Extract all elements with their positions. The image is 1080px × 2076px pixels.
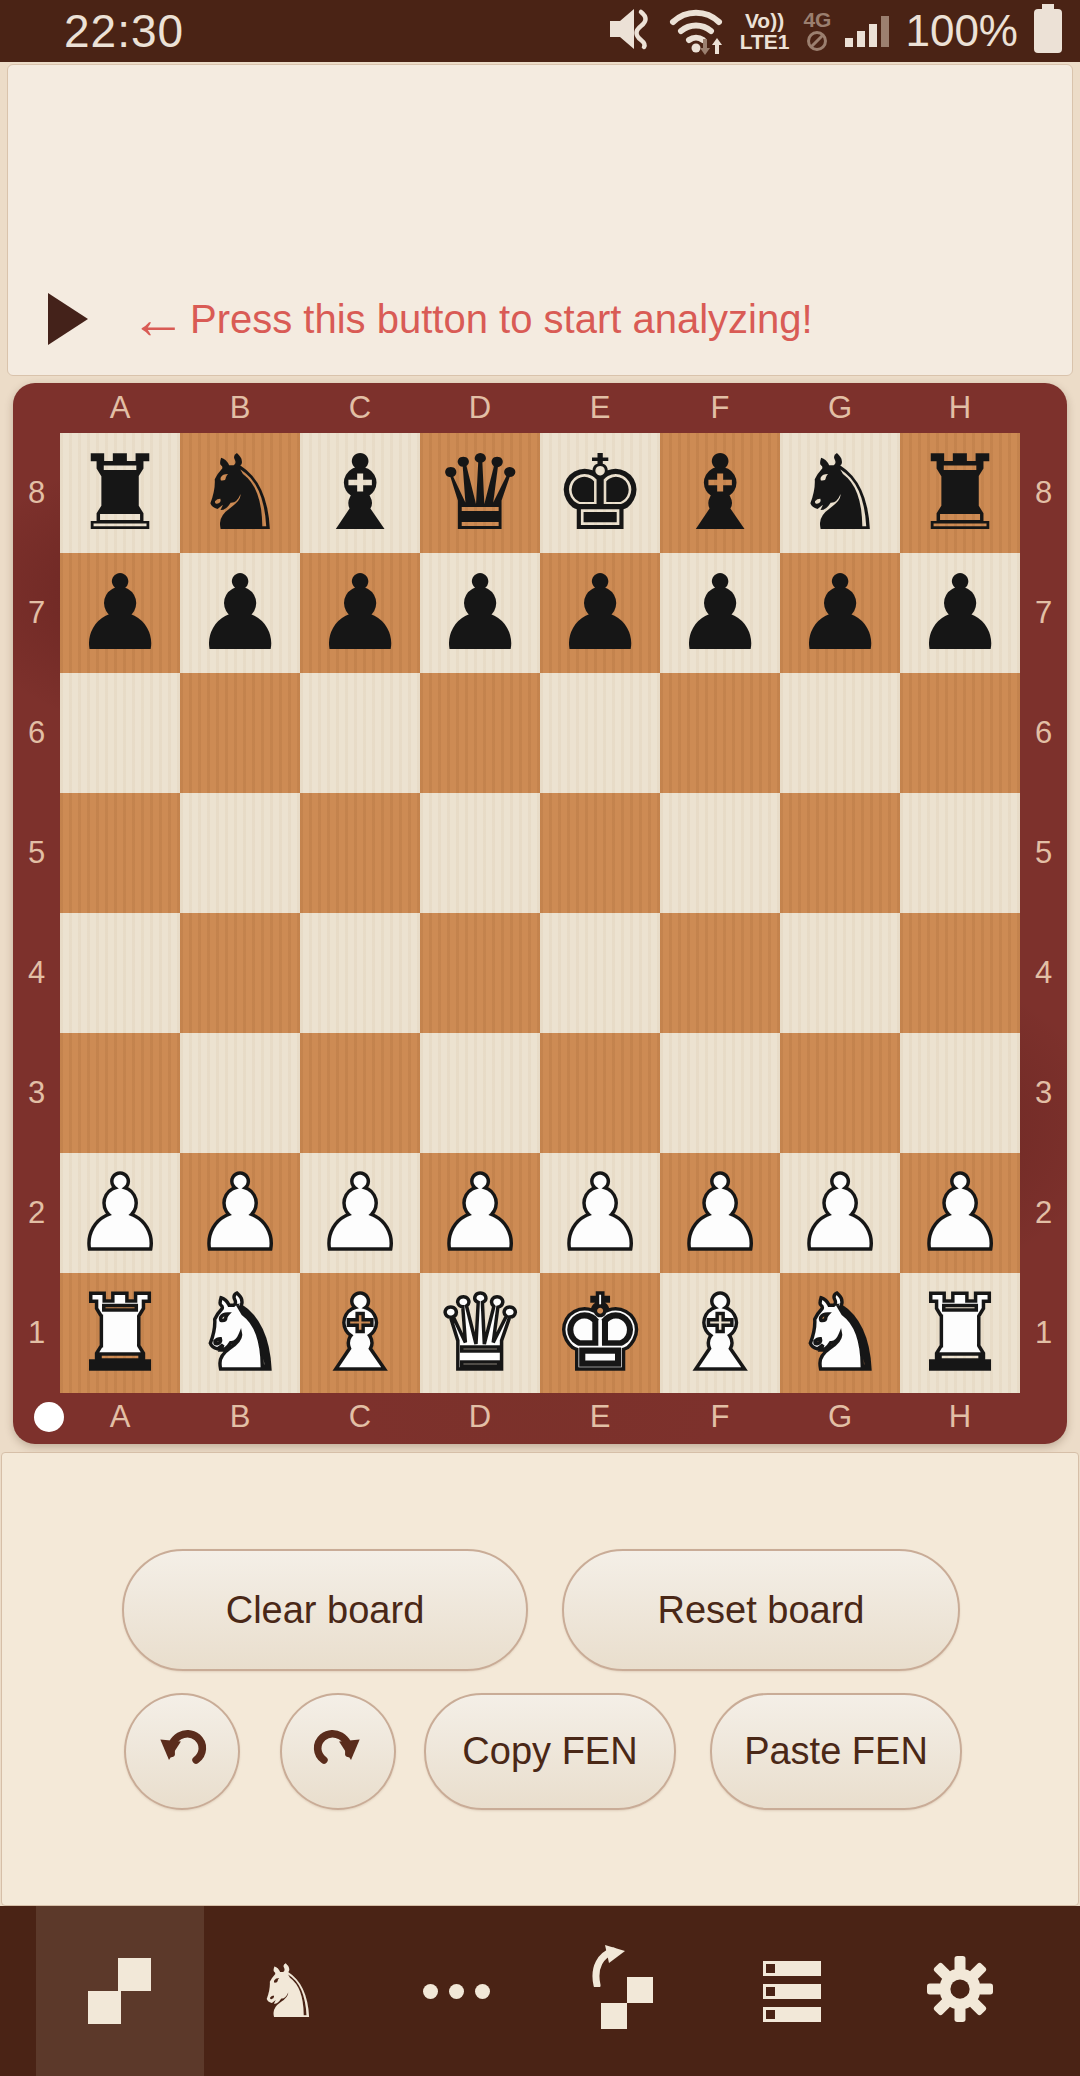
square-a1[interactable]: ♜ bbox=[60, 1273, 180, 1393]
black-bishop[interactable]: ♝ bbox=[313, 434, 406, 552]
black-pawn[interactable]: ♟ bbox=[313, 554, 406, 672]
white-knight[interactable]: ♞ bbox=[193, 1274, 286, 1392]
file-label-f: F bbox=[660, 1390, 780, 1444]
square-b4[interactable] bbox=[180, 913, 300, 1033]
black-pawn[interactable]: ♟ bbox=[793, 554, 886, 672]
square-h6[interactable] bbox=[900, 673, 1020, 793]
square-e7[interactable]: ♟ bbox=[540, 553, 660, 673]
white-pawn[interactable]: ♟ bbox=[793, 1154, 886, 1272]
file-label-c: C bbox=[300, 1390, 420, 1444]
black-pawn[interactable]: ♟ bbox=[433, 554, 526, 672]
square-h8[interactable]: ♜ bbox=[900, 433, 1020, 553]
black-king[interactable]: ♚ bbox=[553, 434, 646, 552]
copy-fen-button[interactable]: Copy FEN bbox=[424, 1693, 676, 1810]
square-b7[interactable]: ♟ bbox=[180, 553, 300, 673]
rank-label-2: 2 bbox=[1020, 1153, 1067, 1273]
reset-board-button[interactable]: Reset board bbox=[562, 1549, 960, 1671]
square-e8[interactable]: ♚ bbox=[540, 433, 660, 553]
network-type: 4G bbox=[803, 10, 831, 30]
square-c2[interactable]: ♟ bbox=[300, 1153, 420, 1273]
board-grid: ♜♞♝♛♚♝♞♜♟♟♟♟♟♟♟♟♟♟♟♟♟♟♟♟♜♞♝♛♚♝♞♜ bbox=[60, 433, 1020, 1393]
square-e5[interactable] bbox=[540, 793, 660, 913]
board-editor-icon bbox=[88, 1958, 152, 2024]
black-pawn[interactable]: ♟ bbox=[193, 554, 286, 672]
square-f8[interactable]: ♝ bbox=[660, 433, 780, 553]
square-h2[interactable]: ♟ bbox=[900, 1153, 1020, 1273]
square-d6[interactable] bbox=[420, 673, 540, 793]
file-label-a: A bbox=[60, 383, 180, 433]
analyze-play-button[interactable] bbox=[48, 293, 88, 345]
file-label-e: E bbox=[540, 1390, 660, 1444]
square-a4[interactable] bbox=[60, 913, 180, 1033]
square-b5[interactable] bbox=[180, 793, 300, 913]
square-e3[interactable] bbox=[540, 1033, 660, 1153]
square-g8[interactable]: ♞ bbox=[780, 433, 900, 553]
square-a8[interactable]: ♜ bbox=[60, 433, 180, 553]
square-d4[interactable] bbox=[420, 913, 540, 1033]
editor-controls-panel: Clear board Reset board Copy FEN Paste F… bbox=[1, 1452, 1079, 1906]
file-label-b: B bbox=[180, 383, 300, 433]
black-knight[interactable]: ♞ bbox=[193, 434, 286, 552]
volte-indicator: Vo)) LTE1 bbox=[740, 10, 790, 52]
engine-analysis-panel: ← Press this button to start analyzing! bbox=[7, 64, 1073, 376]
file-label-c: C bbox=[300, 383, 420, 433]
rank-label-6: 6 bbox=[1020, 673, 1067, 793]
square-d1[interactable]: ♛ bbox=[420, 1273, 540, 1393]
clock-text: 22:30 bbox=[64, 4, 184, 58]
square-b6[interactable] bbox=[180, 673, 300, 793]
white-rook[interactable]: ♜ bbox=[73, 1274, 166, 1392]
white-bishop[interactable]: ♝ bbox=[673, 1274, 766, 1392]
square-f5[interactable] bbox=[660, 793, 780, 913]
square-f1[interactable]: ♝ bbox=[660, 1273, 780, 1393]
square-c8[interactable]: ♝ bbox=[300, 433, 420, 553]
rank-label-1: 1 bbox=[13, 1273, 60, 1393]
rank-label-4: 4 bbox=[1020, 913, 1067, 1033]
square-g2[interactable]: ♟ bbox=[780, 1153, 900, 1273]
square-f4[interactable] bbox=[660, 913, 780, 1033]
rank-label-2: 2 bbox=[13, 1153, 60, 1273]
black-rook[interactable]: ♜ bbox=[73, 434, 166, 552]
undo-button[interactable] bbox=[124, 1693, 240, 1810]
square-c3[interactable] bbox=[300, 1033, 420, 1153]
square-h4[interactable] bbox=[900, 913, 1020, 1033]
square-g7[interactable]: ♟ bbox=[780, 553, 900, 673]
square-a7[interactable]: ♟ bbox=[60, 553, 180, 673]
nav-game-list[interactable] bbox=[708, 1906, 876, 2076]
square-c5[interactable] bbox=[300, 793, 420, 913]
square-b1[interactable]: ♞ bbox=[180, 1273, 300, 1393]
no-data-icon: 4G bbox=[803, 10, 831, 52]
clear-board-button[interactable]: Clear board bbox=[122, 1549, 528, 1671]
black-pawn[interactable]: ♟ bbox=[913, 554, 1006, 672]
rank-label-7: 7 bbox=[1020, 553, 1067, 673]
white-pawn[interactable]: ♟ bbox=[313, 1154, 406, 1272]
square-d8[interactable]: ♛ bbox=[420, 433, 540, 553]
list-icon bbox=[763, 1961, 821, 2022]
square-f6[interactable] bbox=[660, 673, 780, 793]
square-a3[interactable] bbox=[60, 1033, 180, 1153]
square-f2[interactable]: ♟ bbox=[660, 1153, 780, 1273]
square-f3[interactable] bbox=[660, 1033, 780, 1153]
white-pawn[interactable]: ♟ bbox=[433, 1154, 526, 1272]
square-h3[interactable] bbox=[900, 1033, 1020, 1153]
square-e2[interactable]: ♟ bbox=[540, 1153, 660, 1273]
white-pawn[interactable]: ♟ bbox=[73, 1154, 166, 1272]
square-g4[interactable] bbox=[780, 913, 900, 1033]
square-c7[interactable]: ♟ bbox=[300, 553, 420, 673]
file-labels-bottom: ABCDEFGH bbox=[60, 1390, 1020, 1444]
nav-moves[interactable] bbox=[540, 1906, 708, 2076]
white-king[interactable]: ♚ bbox=[553, 1274, 646, 1392]
rank-label-3: 3 bbox=[13, 1033, 60, 1153]
battery-percent-text: 100% bbox=[905, 6, 1018, 56]
bottom-navigation: ♞ bbox=[0, 1906, 1080, 2076]
file-label-g: G bbox=[780, 1390, 900, 1444]
square-b3[interactable] bbox=[180, 1033, 300, 1153]
nav-play[interactable]: ♞ bbox=[204, 1906, 372, 2076]
hint-text: Press this button to start analyzing! bbox=[190, 297, 813, 342]
chess-editor-screen: { "game": "chess", "position": { "fen": … bbox=[0, 0, 1080, 2076]
white-pawn[interactable]: ♟ bbox=[193, 1154, 286, 1272]
rank-label-1: 1 bbox=[1020, 1273, 1067, 1393]
file-label-b: B bbox=[180, 1390, 300, 1444]
file-label-h: H bbox=[900, 1390, 1020, 1444]
rank-label-8: 8 bbox=[1020, 433, 1067, 553]
chess-board: ABCDEFGH 87654321 87654321 ♜♞♝♛♚♝♞♜♟♟♟♟♟… bbox=[13, 383, 1067, 1444]
square-b8[interactable]: ♞ bbox=[180, 433, 300, 553]
hint-arrow: ← bbox=[130, 299, 186, 339]
square-c6[interactable] bbox=[300, 673, 420, 793]
turn-indicator-white[interactable] bbox=[34, 1402, 64, 1432]
black-bishop[interactable]: ♝ bbox=[673, 434, 766, 552]
square-g6[interactable] bbox=[780, 673, 900, 793]
undo-icon bbox=[156, 1721, 208, 1782]
black-pawn[interactable]: ♟ bbox=[553, 554, 646, 672]
file-label-g: G bbox=[780, 383, 900, 433]
black-rook[interactable]: ♜ bbox=[913, 434, 1006, 552]
gear-icon bbox=[927, 1956, 993, 2026]
black-queen[interactable]: ♛ bbox=[433, 434, 526, 552]
white-pawn[interactable]: ♟ bbox=[553, 1154, 646, 1272]
square-g1[interactable]: ♞ bbox=[780, 1273, 900, 1393]
square-d5[interactable] bbox=[420, 793, 540, 913]
rank-label-3: 3 bbox=[1020, 1033, 1067, 1153]
volte-line1: Vo)) bbox=[745, 10, 784, 31]
white-knight[interactable]: ♞ bbox=[793, 1274, 886, 1392]
rank-label-4: 4 bbox=[13, 913, 60, 1033]
file-label-f: F bbox=[660, 383, 780, 433]
black-knight[interactable]: ♞ bbox=[793, 434, 886, 552]
file-label-e: E bbox=[540, 383, 660, 433]
nav-more-options[interactable] bbox=[372, 1906, 540, 2076]
rank-labels-right: 87654321 bbox=[1020, 433, 1067, 1393]
file-label-h: H bbox=[900, 383, 1020, 433]
rank-label-5: 5 bbox=[1020, 793, 1067, 913]
square-h1[interactable]: ♜ bbox=[900, 1273, 1020, 1393]
redo-icon bbox=[312, 1721, 364, 1782]
wifi-icon bbox=[668, 3, 726, 59]
file-labels-top: ABCDEFGH bbox=[60, 383, 1020, 433]
ellipsis-icon bbox=[423, 1984, 490, 1999]
white-pawn[interactable]: ♟ bbox=[913, 1154, 1006, 1272]
square-a6[interactable] bbox=[60, 673, 180, 793]
file-label-d: D bbox=[420, 1390, 540, 1444]
square-g3[interactable] bbox=[780, 1033, 900, 1153]
rank-label-8: 8 bbox=[13, 433, 60, 553]
square-c4[interactable] bbox=[300, 913, 420, 1033]
rank-label-6: 6 bbox=[13, 673, 60, 793]
nav-settings[interactable] bbox=[876, 1906, 1044, 2076]
status-bar: 22:30 Vo)) LT bbox=[0, 0, 1080, 62]
black-pawn[interactable]: ♟ bbox=[73, 554, 166, 672]
white-pawn[interactable]: ♟ bbox=[673, 1154, 766, 1272]
square-e1[interactable]: ♚ bbox=[540, 1273, 660, 1393]
square-d2[interactable]: ♟ bbox=[420, 1153, 540, 1273]
square-d3[interactable] bbox=[420, 1033, 540, 1153]
square-a2[interactable]: ♟ bbox=[60, 1153, 180, 1273]
file-label-a: A bbox=[60, 1390, 180, 1444]
square-c1[interactable]: ♝ bbox=[300, 1273, 420, 1393]
square-e6[interactable] bbox=[540, 673, 660, 793]
white-bishop[interactable]: ♝ bbox=[313, 1274, 406, 1392]
volte-line2: LTE1 bbox=[740, 31, 790, 52]
black-pawn[interactable]: ♟ bbox=[673, 554, 766, 672]
white-rook[interactable]: ♜ bbox=[913, 1274, 1006, 1392]
square-d7[interactable]: ♟ bbox=[420, 553, 540, 673]
nav-setup-board[interactable] bbox=[36, 1906, 204, 2076]
white-queen[interactable]: ♛ bbox=[433, 1274, 526, 1392]
rank-labels-left: 87654321 bbox=[13, 433, 60, 1393]
square-b2[interactable]: ♟ bbox=[180, 1153, 300, 1273]
share-position-icon bbox=[587, 1943, 661, 2039]
muted-volume-icon bbox=[608, 6, 654, 56]
square-h5[interactable] bbox=[900, 793, 1020, 913]
square-f7[interactable]: ♟ bbox=[660, 553, 780, 673]
battery-icon bbox=[1032, 4, 1064, 58]
paste-fen-button[interactable]: Paste FEN bbox=[710, 1693, 962, 1810]
rank-label-7: 7 bbox=[13, 553, 60, 673]
signal-strength-icon bbox=[845, 11, 891, 51]
square-e4[interactable] bbox=[540, 913, 660, 1033]
square-g5[interactable] bbox=[780, 793, 900, 913]
square-a5[interactable] bbox=[60, 793, 180, 913]
knight-icon: ♞ bbox=[255, 1954, 321, 2028]
file-label-d: D bbox=[420, 383, 540, 433]
redo-button[interactable] bbox=[280, 1693, 396, 1810]
square-h7[interactable]: ♟ bbox=[900, 553, 1020, 673]
rank-label-5: 5 bbox=[13, 793, 60, 913]
